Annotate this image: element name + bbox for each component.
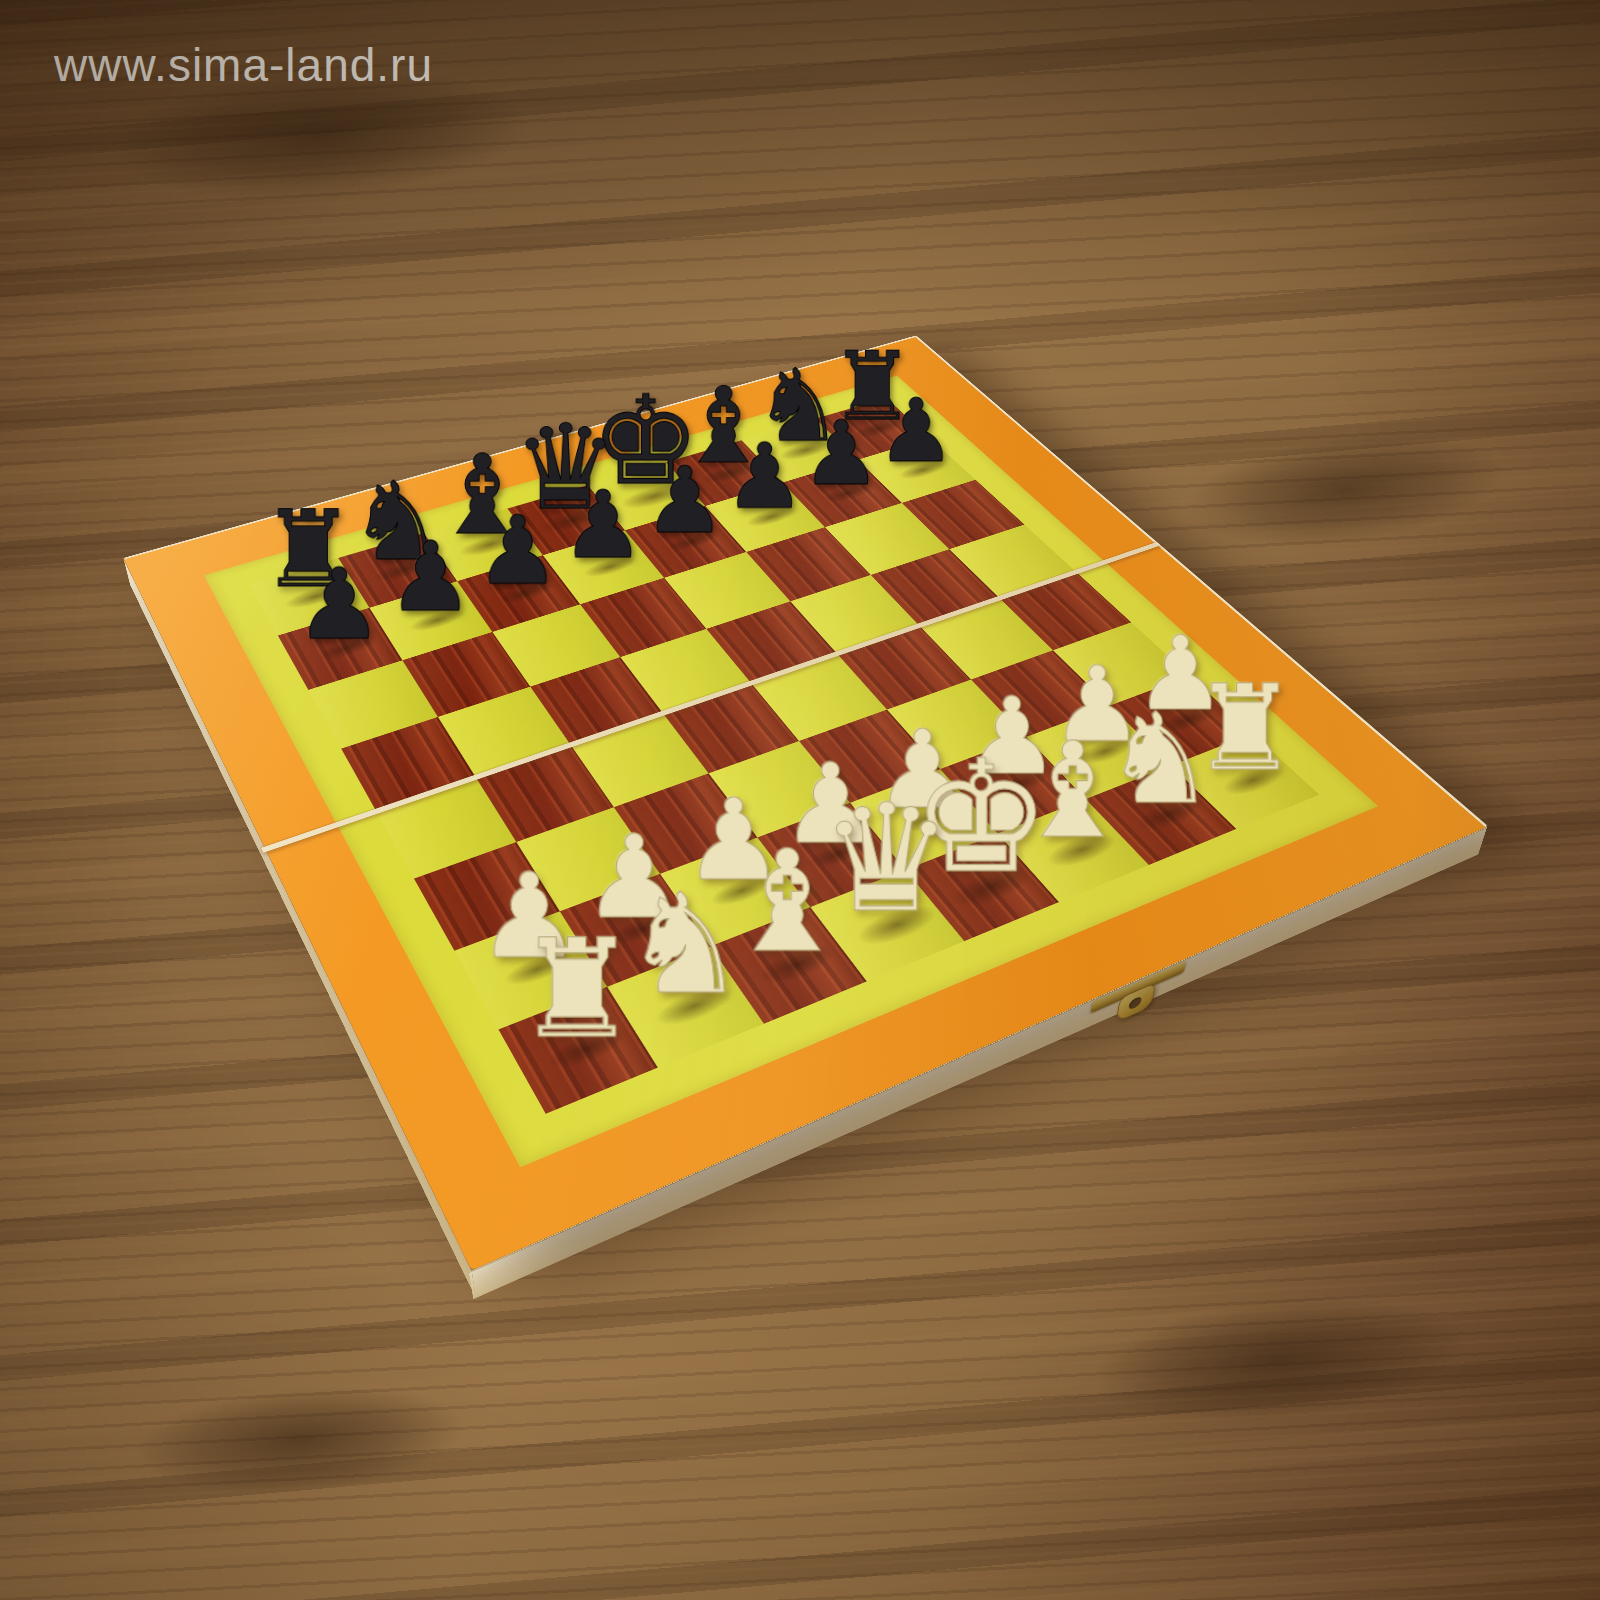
watermark-text: www.sima-land.ru xyxy=(54,38,433,92)
wood-knot xyxy=(1123,394,1567,585)
wood-knot xyxy=(75,1351,526,1529)
knight-glyph-icon: ♞ xyxy=(622,875,746,1013)
pawn-glyph-icon: ♟ xyxy=(561,479,645,572)
pawn-glyph-icon: ♟ xyxy=(387,529,473,625)
wood-knot xyxy=(1023,1254,1537,1465)
rook-glyph-icon: ♜ xyxy=(516,920,638,1056)
pawn-glyph-icon: ♟ xyxy=(724,432,805,522)
product-photo-scene: ♜♞♝♛♚♝♞♜♟♟♟♟♟♟♟♟♟♟♟♟♟♟♟♟♜♞♝♛♚♝♞♜ www.sim… xyxy=(0,0,1600,1600)
pawn-glyph-icon: ♟ xyxy=(877,387,955,474)
pawn-glyph-icon: ♟ xyxy=(644,455,726,547)
pawn-glyph-icon: ♟ xyxy=(475,504,560,599)
clasp-hole xyxy=(1128,995,1142,1010)
pawn-glyph-icon: ♟ xyxy=(295,556,383,654)
pawn-glyph-icon: ♟ xyxy=(802,409,882,498)
